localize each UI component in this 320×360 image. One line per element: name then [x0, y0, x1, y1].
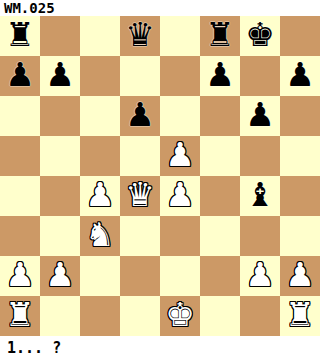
square-c1[interactable] — [80, 296, 120, 336]
square-a3[interactable] — [0, 216, 40, 256]
square-c6[interactable] — [80, 96, 120, 136]
square-b2[interactable]: ♟ — [40, 256, 80, 296]
white-queen-icon[interactable]: ♛ — [125, 175, 155, 215]
puzzle-id-label: WM.025 — [0, 0, 320, 16]
white-pawn-icon[interactable]: ♟ — [245, 255, 275, 295]
chess-app: WM.025 ♜♛♜♚♟♟♟♟♟♟♟♟♛♟♝♞♟♟♟♟♜♚♜ 1... ? — [0, 0, 320, 360]
square-b7[interactable]: ♟ — [40, 56, 80, 96]
square-g1[interactable] — [240, 296, 280, 336]
black-pawn-icon[interactable]: ♟ — [285, 55, 315, 95]
square-c3[interactable]: ♞ — [80, 216, 120, 256]
square-b5[interactable] — [40, 136, 80, 176]
square-e5[interactable]: ♟ — [160, 136, 200, 176]
square-d6[interactable]: ♟ — [120, 96, 160, 136]
square-a1[interactable]: ♜ — [0, 296, 40, 336]
square-a4[interactable] — [0, 176, 40, 216]
square-g8[interactable]: ♚ — [240, 16, 280, 56]
square-f2[interactable] — [200, 256, 240, 296]
square-h2[interactable]: ♟ — [280, 256, 320, 296]
square-d5[interactable] — [120, 136, 160, 176]
white-knight-icon[interactable]: ♞ — [85, 215, 115, 255]
square-f1[interactable] — [200, 296, 240, 336]
square-e8[interactable] — [160, 16, 200, 56]
black-pawn-icon[interactable]: ♟ — [205, 55, 235, 95]
white-pawn-icon[interactable]: ♟ — [285, 255, 315, 295]
white-pawn-icon[interactable]: ♟ — [5, 255, 35, 295]
square-f3[interactable] — [200, 216, 240, 256]
square-h3[interactable] — [280, 216, 320, 256]
square-a2[interactable]: ♟ — [0, 256, 40, 296]
square-b4[interactable] — [40, 176, 80, 216]
move-prompt-label: 1... ? — [0, 336, 320, 360]
square-b6[interactable] — [40, 96, 80, 136]
square-f7[interactable]: ♟ — [200, 56, 240, 96]
square-b1[interactable] — [40, 296, 80, 336]
square-g5[interactable] — [240, 136, 280, 176]
square-e2[interactable] — [160, 256, 200, 296]
square-b8[interactable] — [40, 16, 80, 56]
square-d8[interactable]: ♛ — [120, 16, 160, 56]
square-f6[interactable] — [200, 96, 240, 136]
square-f4[interactable] — [200, 176, 240, 216]
square-c2[interactable] — [80, 256, 120, 296]
square-a7[interactable]: ♟ — [0, 56, 40, 96]
white-pawn-icon[interactable]: ♟ — [45, 255, 75, 295]
square-h1[interactable]: ♜ — [280, 296, 320, 336]
chess-board: ♜♛♜♚♟♟♟♟♟♟♟♟♛♟♝♞♟♟♟♟♜♚♜ — [0, 16, 320, 336]
white-pawn-icon[interactable]: ♟ — [165, 175, 195, 215]
square-c5[interactable] — [80, 136, 120, 176]
square-a6[interactable] — [0, 96, 40, 136]
square-e4[interactable]: ♟ — [160, 176, 200, 216]
white-rook-icon[interactable]: ♜ — [5, 295, 35, 335]
square-f5[interactable] — [200, 136, 240, 176]
square-b3[interactable] — [40, 216, 80, 256]
black-king-icon[interactable]: ♚ — [245, 15, 275, 55]
square-h5[interactable] — [280, 136, 320, 176]
square-e1[interactable]: ♚ — [160, 296, 200, 336]
black-bishop-icon[interactable]: ♝ — [245, 175, 275, 215]
square-g4[interactable]: ♝ — [240, 176, 280, 216]
white-rook-icon[interactable]: ♜ — [285, 295, 315, 335]
black-pawn-icon[interactable]: ♟ — [125, 95, 155, 135]
square-f8[interactable]: ♜ — [200, 16, 240, 56]
square-d7[interactable] — [120, 56, 160, 96]
square-c7[interactable] — [80, 56, 120, 96]
square-e3[interactable] — [160, 216, 200, 256]
black-pawn-icon[interactable]: ♟ — [245, 95, 275, 135]
square-h6[interactable] — [280, 96, 320, 136]
square-c4[interactable]: ♟ — [80, 176, 120, 216]
square-c8[interactable] — [80, 16, 120, 56]
square-e6[interactable] — [160, 96, 200, 136]
square-g7[interactable] — [240, 56, 280, 96]
square-d1[interactable] — [120, 296, 160, 336]
square-d3[interactable] — [120, 216, 160, 256]
square-g2[interactable]: ♟ — [240, 256, 280, 296]
square-d2[interactable] — [120, 256, 160, 296]
square-h7[interactable]: ♟ — [280, 56, 320, 96]
black-rook-icon[interactable]: ♜ — [5, 15, 35, 55]
square-d4[interactable]: ♛ — [120, 176, 160, 216]
black-rook-icon[interactable]: ♜ — [205, 15, 235, 55]
black-pawn-icon[interactable]: ♟ — [5, 55, 35, 95]
square-h8[interactable] — [280, 16, 320, 56]
black-queen-icon[interactable]: ♛ — [125, 15, 155, 55]
white-pawn-icon[interactable]: ♟ — [85, 175, 115, 215]
square-g3[interactable] — [240, 216, 280, 256]
black-pawn-icon[interactable]: ♟ — [45, 55, 75, 95]
white-king-icon[interactable]: ♚ — [165, 295, 195, 335]
square-a5[interactable] — [0, 136, 40, 176]
square-g6[interactable]: ♟ — [240, 96, 280, 136]
square-h4[interactable] — [280, 176, 320, 216]
square-e7[interactable] — [160, 56, 200, 96]
square-a8[interactable]: ♜ — [0, 16, 40, 56]
white-pawn-icon[interactable]: ♟ — [165, 135, 195, 175]
